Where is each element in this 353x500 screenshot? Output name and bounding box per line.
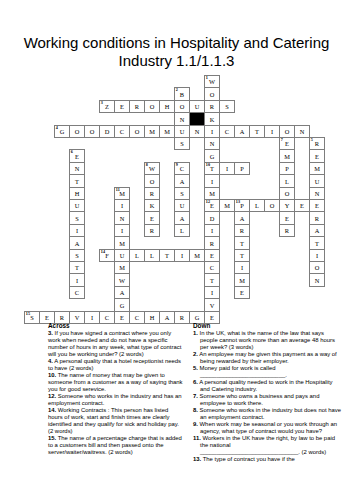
cell-letter: B [180, 92, 184, 98]
cell-letter: O [150, 179, 155, 185]
grid-cell-r8-c4[interactable]: N [69, 162, 85, 175]
grid-cell-r16-c20[interactable]: O [309, 261, 325, 274]
grid-cell-r12-c18[interactable]: E [279, 211, 295, 224]
cell-letter: Z [105, 104, 109, 110]
grid-cell-r20-c1[interactable]: 15S [24, 311, 40, 324]
grid-cell-r5-c19[interactable]: N [294, 125, 310, 138]
grid-cell-r15-c6[interactable]: 14F [99, 249, 115, 262]
cell-letter: C [180, 166, 184, 172]
clue-item: 15. The name of a percentage charge that… [48, 435, 184, 456]
grid-cell-r7-c4[interactable]: 6E [69, 149, 85, 162]
cell-letter: I [76, 278, 78, 284]
grid-cell-r11-c15[interactable]: 13P [234, 199, 250, 212]
cell-letter: A [180, 216, 185, 222]
grid-cell-r18-c4[interactable]: C [69, 286, 85, 299]
cell-letter: T [210, 278, 214, 284]
grid-cell-r17-c4[interactable]: I [69, 273, 85, 286]
grid-cell-r13-c4[interactable]: I [69, 224, 85, 237]
grid-cell-r17-c20[interactable]: N [309, 273, 325, 286]
grid-cell-r12-c11[interactable]: A [174, 211, 190, 224]
cell-letter: M [314, 166, 320, 172]
clue-number-label: 2 [176, 88, 178, 92]
cell-letter: W [209, 80, 215, 86]
grid-cell-r12-c4[interactable]: S [69, 211, 85, 224]
page-title-line1: Working conditions in Hospitality and Ca… [0, 34, 353, 52]
grid-cell-r12-c20[interactable]: R [309, 211, 325, 224]
cell-letter: O [75, 129, 80, 135]
clue-number: 5. [193, 365, 198, 371]
cell-letter: A [315, 228, 320, 234]
cell-letter: M [149, 129, 155, 135]
grid-cell-r11-c16[interactable]: L [249, 199, 265, 212]
cell-letter: R [135, 104, 139, 110]
grid-cell-r18-c15[interactable]: E [234, 286, 250, 299]
cell-letter: U [195, 104, 200, 110]
cell-letter: R [180, 315, 184, 321]
grid-cell-r6-c13[interactable]: N [204, 137, 220, 150]
cell-letter: S [30, 315, 34, 321]
clue-item: 5. Money paid for work is called _______… [193, 365, 343, 379]
grid-cell-r2-c11[interactable]: 2B [174, 87, 190, 100]
grid-cell-r2-c13[interactable]: O [204, 87, 220, 100]
cell-letter: N [315, 191, 320, 197]
cell-letter: E [120, 315, 124, 321]
grid-cell-r3-c10[interactable]: H [159, 100, 175, 113]
cell-letter: D [210, 216, 215, 222]
grid-cell-r10-c7[interactable]: 11M [114, 187, 130, 200]
cell-letter: I [241, 266, 243, 272]
grid-cell-r13-c18[interactable]: R [279, 224, 295, 237]
cell-letter: E [285, 216, 289, 222]
cell-letter: R [315, 142, 319, 148]
grid-cell-r5-c5[interactable]: O [84, 125, 100, 138]
grid-cell-r8-c20[interactable]: M [309, 162, 325, 175]
grid-cell-r19-c7[interactable]: G [114, 298, 130, 311]
grid-cell-r11-c14[interactable]: M [219, 199, 235, 212]
grid-cell-r8-c11[interactable]: 9C [174, 162, 190, 175]
cell-letter: L [255, 204, 259, 210]
page-title: Working conditions in Hospitality and Ca… [0, 34, 353, 70]
cell-letter: O [315, 266, 320, 272]
grid-cell-r18-c13[interactable]: I [204, 286, 220, 299]
grid-cell-r9-c13[interactable]: I [204, 174, 220, 187]
grid-cell-r14-c4[interactable]: A [69, 236, 85, 249]
grid-cell-r15-c7[interactable]: U [114, 249, 130, 262]
grid-cell-r5-c12[interactable]: N [189, 125, 205, 138]
cell-letter: T [240, 241, 244, 247]
clue-number: 14. [48, 407, 56, 413]
grid-cell-r5-c17[interactable]: I [264, 125, 280, 138]
down-clues-column: Down 1. In the UK, what is the name of t… [193, 322, 343, 463]
grid-cell-r3-c14[interactable]: S [219, 100, 235, 113]
cell-letter: E [210, 253, 214, 259]
black-cell [189, 112, 205, 125]
cell-letter: O [135, 129, 140, 135]
grid-cell-r5-c9[interactable]: M [144, 125, 160, 138]
clue-number-label: 6 [71, 150, 73, 154]
clue-number: 8. [193, 407, 198, 413]
cell-letter: C [120, 129, 124, 135]
cell-letter: T [75, 179, 79, 185]
grid-cell-r4-c13[interactable]: K [204, 112, 220, 125]
clue-item: 1. In the UK, what is the name of the la… [193, 330, 343, 351]
grid-cell-r13-c13[interactable]: I [204, 224, 220, 237]
cell-letter: E [300, 204, 304, 210]
cell-letter: O [90, 129, 95, 135]
cell-letter: U [315, 179, 320, 185]
grid-cell-r15-c13[interactable]: E [204, 249, 220, 262]
grid-cell-r16-c13[interactable]: C [204, 261, 220, 274]
grid-cell-r8-c9[interactable]: 8W [144, 162, 160, 175]
grid-cell-r15-c10[interactable]: T [159, 249, 175, 262]
cell-letter: A [165, 315, 170, 321]
grid-cell-r12-c15[interactable]: A [234, 211, 250, 224]
grid-cell-r17-c15[interactable]: M [234, 273, 250, 286]
clue-item: 11. Workers in the UK have the right, by… [193, 435, 343, 456]
cell-letter: I [226, 166, 228, 172]
clue-number: 9. [193, 421, 198, 427]
clue-item: 8. Someone who works in the industry but… [193, 407, 343, 421]
cell-letter: R [60, 315, 64, 321]
grid-cell-r15-c15[interactable]: T [234, 249, 250, 262]
grid-cell-r12-c13[interactable]: D [204, 211, 220, 224]
down-heading: Down [193, 322, 343, 330]
grid-cell-r5-c13[interactable]: I [204, 125, 220, 138]
cell-letter: U [120, 253, 125, 259]
clue-number-label: 9 [176, 163, 178, 167]
clue-item: 10. The name of money that may be given … [48, 372, 184, 393]
cell-letter: N [315, 278, 320, 284]
cell-letter: O [150, 104, 155, 110]
clue-item: 7. Someone who owns a business and pays … [193, 393, 343, 407]
clue-item: 2. An employee may be given this payment… [193, 351, 343, 365]
cell-letter: N [75, 166, 80, 172]
cell-letter: C [225, 129, 229, 135]
grid-cell-r5-c7[interactable]: C [114, 125, 130, 138]
grid-cell-r3-c6[interactable]: 3Z [99, 100, 115, 113]
cell-letter: P [285, 166, 289, 172]
cell-letter: A [120, 290, 125, 296]
clue-number-label: 3 [101, 101, 103, 105]
grid-cell-r11-c13[interactable]: 12E [204, 199, 220, 212]
cell-letter: Y [285, 204, 290, 210]
grid-cell-r5-c18[interactable]: O [279, 125, 295, 138]
grid-cell-r8-c13[interactable]: 10T [204, 162, 220, 175]
cell-letter: I [121, 204, 123, 210]
grid-cell-r15-c12[interactable]: M [189, 249, 205, 262]
across-clues-column: Across 3. If you have signed a contract … [48, 322, 184, 456]
cell-letter: I [211, 179, 213, 185]
cell-letter: W [149, 166, 155, 172]
cell-letter: M [119, 191, 125, 197]
grid-cell-r9-c4[interactable]: T [69, 174, 85, 187]
cell-letter: T [255, 129, 259, 135]
grid-cell-r13-c15[interactable]: R [234, 224, 250, 237]
cell-letter: E [210, 315, 214, 321]
cell-letter: O [180, 104, 185, 110]
cell-letter: R [210, 104, 214, 110]
grid-cell-r15-c20[interactable]: I [309, 249, 325, 262]
cell-letter: S [180, 142, 184, 148]
page-title-line2: Industry 1.1/1.1.3 [0, 52, 353, 70]
grid-cell-r12-c7[interactable]: N [114, 211, 130, 224]
grid-cell-r5-c4[interactable]: O [69, 125, 85, 138]
grid-cell-r11-c4[interactable]: U [69, 199, 85, 212]
grid-cell-r11-c7[interactable]: I [114, 199, 130, 212]
cell-letter: R [150, 191, 154, 197]
cell-letter: H [165, 104, 170, 110]
cell-letter: G [195, 315, 200, 321]
grid-cell-r14-c13[interactable]: R [204, 236, 220, 249]
cell-letter: C [210, 266, 214, 272]
cell-letter: U [180, 204, 185, 210]
clue-item: 12. Someone who works in the industry an… [48, 393, 184, 407]
cell-letter: M [164, 129, 170, 135]
cell-letter: O [210, 92, 215, 98]
cell-letter: E [240, 290, 244, 296]
clue-item: 6. A personal quality needed to work in … [193, 379, 343, 393]
cell-letter: I [181, 253, 183, 259]
cell-letter: E [210, 204, 214, 210]
grid-cell-r9-c20[interactable]: U [309, 174, 325, 187]
cell-letter: M [194, 253, 200, 259]
clue-number-label: 7 [281, 138, 283, 142]
grid-cell-r15-c9[interactable]: L [144, 249, 160, 262]
cell-letter: R [240, 228, 244, 234]
cell-letter: E [315, 154, 319, 160]
cell-letter: A [75, 241, 80, 247]
clue-number: 11. [193, 435, 201, 441]
grid-cell-r11-c20[interactable]: E [309, 199, 325, 212]
grid-cell-r11-c9[interactable]: K [144, 199, 160, 212]
cell-letter: E [45, 315, 49, 321]
worksheet-page: Working conditions in Hospitality and Ca… [0, 0, 353, 500]
cell-letter: D [105, 129, 110, 135]
clue-item: 13. The type of contract you have if the [193, 456, 343, 463]
cell-letter: I [76, 228, 78, 234]
grid-cell-r13-c9[interactable]: R [144, 224, 160, 237]
cell-letter: I [271, 129, 273, 135]
clue-item: 3. If you have signed a contract where y… [48, 330, 184, 358]
cell-letter: E [285, 142, 289, 148]
cell-letter: S [225, 104, 229, 110]
cell-letter: C [135, 315, 139, 321]
cell-letter: N [120, 216, 125, 222]
cell-letter: K [150, 204, 155, 210]
cell-letter: L [285, 179, 289, 185]
cell-letter: F [105, 253, 109, 259]
grid-cell-r5-c11[interactable]: U [174, 125, 190, 138]
cell-letter: I [211, 129, 213, 135]
grid-cell-r11-c17[interactable]: O [264, 199, 280, 212]
cell-letter: E [75, 154, 79, 160]
clue-number: 1. [193, 330, 198, 336]
clue-number-label: 8 [146, 163, 148, 167]
cell-letter: M [239, 278, 245, 284]
grid-cell-r5-c8[interactable]: O [129, 125, 145, 138]
cell-letter: M [224, 204, 230, 210]
cell-letter: V [210, 303, 215, 309]
grid-cell-r6-c11[interactable]: S [174, 137, 190, 150]
cell-letter: T [165, 253, 169, 259]
grid-cell-r1-c13[interactable]: 1W [204, 75, 220, 88]
grid-cell-r7-c20[interactable]: E [309, 149, 325, 162]
cell-letter: I [91, 315, 93, 321]
across-heading: Across [48, 322, 184, 330]
cell-letter: R [315, 216, 319, 222]
grid-cell-r13-c20[interactable]: A [309, 224, 325, 237]
clue-number: 10. [48, 372, 56, 378]
cell-letter: N [210, 142, 215, 148]
clue-item: 14. Working Contracts : This person has … [48, 407, 184, 435]
grid-cell-r5-c14[interactable]: C [219, 125, 235, 138]
grid-cell-r18-c7[interactable]: A [114, 286, 130, 299]
grid-cell-r15-c4[interactable]: S [69, 249, 85, 262]
grid-cell-r3-c13[interactable]: R [204, 100, 220, 113]
grid-cell-r12-c9[interactable]: E [144, 211, 160, 224]
cell-letter: I [121, 228, 123, 234]
clue-number: 3. [48, 330, 53, 336]
clue-number: 13. [193, 456, 201, 462]
cell-letter: A [240, 216, 245, 222]
clue-number: 2. [193, 351, 198, 357]
grid-cell-r13-c11[interactable]: L [174, 224, 190, 237]
cell-letter: P [240, 166, 244, 172]
grid-cell-r11-c19[interactable]: E [294, 199, 310, 212]
cell-letter: V [75, 315, 80, 321]
grid-cell-r7-c13[interactable]: G [204, 149, 220, 162]
grid-cell-r3-c12[interactable]: U [189, 100, 205, 113]
cell-letter: P [240, 204, 244, 210]
cell-letter: M [119, 241, 125, 247]
cell-letter: T [210, 166, 214, 172]
grid-cell-r10-c18[interactable]: O [279, 187, 295, 200]
cell-letter: T [75, 266, 79, 272]
grid-cell-r11-c11[interactable]: U [174, 199, 190, 212]
grid-cell-r5-c3[interactable]: 4G [54, 125, 70, 138]
clue-number-label: 4 [56, 126, 58, 130]
cell-letter: W [119, 278, 125, 284]
clue-item: 4. A personal quality that a hotel recep… [48, 358, 184, 372]
grid-cell-r17-c7[interactable]: W [114, 273, 130, 286]
grid-cell-r9-c18[interactable]: L [279, 174, 295, 187]
cell-letter: S [180, 191, 184, 197]
cell-letter: H [150, 315, 155, 321]
cell-letter: M [209, 191, 215, 197]
cell-letter: A [240, 129, 245, 135]
clue-number-label: 5 [311, 138, 313, 142]
cell-letter: T [315, 241, 319, 247]
grid-cell-r7-c18[interactable]: M [279, 149, 295, 162]
grid-cell-r5-c6[interactable]: D [99, 125, 115, 138]
grid-cell-r16-c15[interactable]: I [234, 261, 250, 274]
cell-letter: M [119, 266, 125, 272]
cell-letter: R [150, 228, 154, 234]
grid-cell-r3-c11[interactable]: O [174, 100, 190, 113]
grid-cell-r10-c13[interactable]: M [204, 187, 220, 200]
grid-cell-r14-c20[interactable]: T [309, 236, 325, 249]
grid-cell-r16-c7[interactable]: M [114, 261, 130, 274]
cell-letter: U [180, 129, 185, 135]
cell-letter: O [270, 204, 275, 210]
cell-letter: S [75, 216, 79, 222]
grid-cell-r13-c7[interactable]: I [114, 224, 130, 237]
cell-letter: T [240, 253, 244, 259]
grid-cell-r8-c14[interactable]: I [219, 162, 235, 175]
grid-cell-r10-c4[interactable]: H [69, 187, 85, 200]
cell-letter: G [60, 129, 65, 135]
cell-letter: O [285, 129, 290, 135]
grid-cell-r19-c13[interactable]: V [204, 298, 220, 311]
grid-cell-r5-c16[interactable]: T [249, 125, 265, 138]
grid-cell-r10-c11[interactable]: S [174, 187, 190, 200]
cell-letter: K [210, 117, 215, 123]
cell-letter: L [135, 253, 139, 259]
cell-letter: I [211, 290, 213, 296]
cell-letter: E [315, 204, 319, 210]
cell-letter: A [180, 179, 185, 185]
cell-letter: I [211, 228, 213, 234]
grid-cell-r4-c11[interactable]: N [174, 112, 190, 125]
cell-letter: L [180, 228, 184, 234]
cell-letter: O [285, 191, 290, 197]
grid-cell-r14-c7[interactable]: M [114, 236, 130, 249]
grid-cell-r11-c18[interactable]: Y [279, 199, 295, 212]
grid-cell-r5-c15[interactable]: A [234, 125, 250, 138]
clue-number: 4. [48, 358, 53, 364]
grid-cell-r17-c13[interactable]: T [204, 273, 220, 286]
cell-letter: H [75, 191, 80, 197]
cell-letter: E [150, 216, 154, 222]
grid-cell-r3-c8[interactable]: R [129, 100, 145, 113]
clue-number: 6. [193, 379, 198, 385]
cell-letter: I [316, 253, 318, 259]
grid-cell-r15-c11[interactable]: I [174, 249, 190, 262]
cell-letter: G [210, 154, 215, 160]
cell-letter: N [180, 117, 185, 123]
grid-cell-r14-c15[interactable]: T [234, 236, 250, 249]
cell-letter: C [75, 290, 79, 296]
cell-letter: N [300, 129, 305, 135]
grid-cell-r6-c18[interactable]: 7E [279, 137, 295, 150]
cell-letter: M [284, 154, 290, 160]
clue-number: 15. [48, 435, 56, 441]
grid-cell-r5-c10[interactable]: M [159, 125, 175, 138]
grid-cell-r16-c4[interactable]: T [69, 261, 85, 274]
cell-letter: C [105, 315, 109, 321]
cell-letter: E [120, 104, 124, 110]
grid-cell-r10-c9[interactable]: R [144, 187, 160, 200]
grid-cell-r15-c8[interactable]: L [129, 249, 145, 262]
clue-number: 12. [48, 393, 56, 399]
cell-letter: R [210, 241, 214, 247]
cell-letter: G [120, 303, 125, 309]
grid-cell-r3-c9[interactable]: O [144, 100, 160, 113]
clue-item: 9. When work may be seasonal or you work… [193, 421, 343, 435]
clue-number-label: 1 [206, 76, 208, 80]
grid-cell-r9-c11[interactable]: A [174, 174, 190, 187]
cell-letter: S [75, 253, 79, 259]
cell-letter: L [150, 253, 154, 259]
grid-cell-r6-c20[interactable]: 5R [309, 137, 325, 150]
cell-letter: U [75, 204, 80, 210]
grid-cell-r3-c7[interactable]: E [114, 100, 130, 113]
grid-cell-r8-c18[interactable]: P [279, 162, 295, 175]
clue-number: 7. [193, 393, 198, 399]
grid-cell-r9-c9[interactable]: O [144, 174, 160, 187]
grid-cell-r10-c20[interactable]: N [309, 187, 325, 200]
grid-cell-r8-c15[interactable]: P [234, 162, 250, 175]
